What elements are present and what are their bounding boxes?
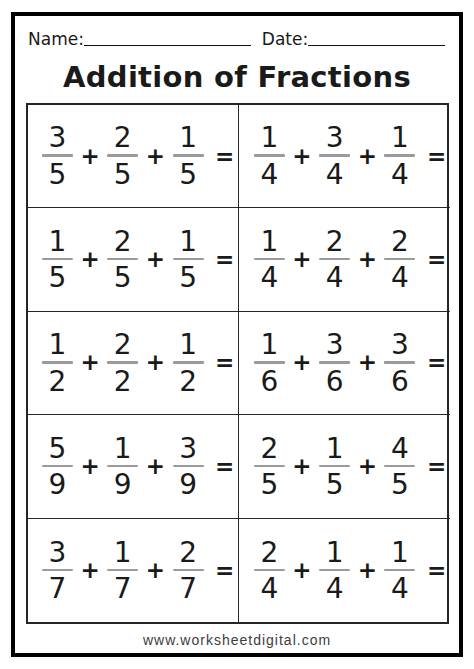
fraction-bar	[384, 361, 415, 364]
fraction-bar	[384, 465, 415, 468]
fraction: 22	[104, 330, 142, 396]
numerator: 3	[179, 434, 197, 463]
denominator: 5	[179, 160, 197, 189]
fraction-bar	[107, 258, 138, 261]
numerator: 2	[114, 227, 132, 256]
equals-sign: =	[215, 145, 234, 168]
denominator: 2	[114, 367, 132, 396]
denominator: 4	[391, 574, 409, 603]
fraction-bar	[319, 465, 350, 468]
fraction-bar	[254, 569, 285, 572]
plus-operator: +	[292, 455, 311, 478]
numerator: 2	[391, 227, 409, 256]
numerator: 3	[326, 123, 344, 152]
numerator: 2	[260, 434, 278, 463]
numerator: 3	[49, 538, 67, 567]
numerator: 1	[49, 330, 67, 359]
fraction-bar	[42, 361, 73, 364]
numerator: 5	[49, 434, 67, 463]
plus-operator: +	[292, 559, 311, 582]
denominator: 7	[49, 574, 67, 603]
plus-operator: +	[146, 351, 165, 374]
fraction: 24	[381, 227, 419, 293]
fraction: 12	[169, 330, 207, 396]
numerator: 3	[326, 330, 344, 359]
fraction-bar	[254, 361, 285, 364]
fraction: 24	[250, 538, 288, 604]
denominator: 4	[326, 263, 344, 292]
fraction: 25	[104, 123, 142, 189]
fraction: 25	[104, 227, 142, 293]
denominator: 5	[49, 263, 67, 292]
fraction: 15	[169, 123, 207, 189]
fraction: 16	[250, 330, 288, 396]
fraction-bar	[107, 361, 138, 364]
fraction-bar	[173, 258, 204, 261]
plus-operator: +	[358, 351, 377, 374]
header-row: Name: Date:	[28, 29, 445, 49]
worksheet-title: Addition of Fractions	[15, 59, 459, 96]
fraction: 36	[316, 330, 354, 396]
denominator: 7	[114, 574, 132, 603]
equals-sign: =	[215, 351, 234, 374]
fraction: 45	[381, 434, 419, 500]
problem-cell: 35+25+15=	[28, 105, 240, 208]
fraction-bar	[173, 361, 204, 364]
denominator: 4	[260, 574, 278, 603]
numerator: 2	[114, 123, 132, 152]
denominator: 5	[114, 160, 132, 189]
plus-operator: +	[292, 145, 311, 168]
problem-cell: 14+34+14=	[239, 105, 450, 208]
plus-operator: +	[81, 559, 100, 582]
numerator: 1	[179, 330, 197, 359]
denominator: 4	[260, 160, 278, 189]
fraction: 15	[39, 227, 77, 293]
fraction: 14	[316, 538, 354, 604]
fraction-bar	[254, 154, 285, 157]
fraction-bar	[319, 258, 350, 261]
fraction-bar	[173, 569, 204, 572]
fraction-bar	[173, 465, 204, 468]
fraction-bar	[42, 258, 73, 261]
equals-sign: =	[427, 559, 446, 582]
fraction: 27	[169, 538, 207, 604]
name-label: Name:	[28, 29, 84, 49]
denominator: 4	[391, 160, 409, 189]
fraction: 15	[169, 227, 207, 293]
fraction-bar	[384, 569, 415, 572]
fraction-bar	[319, 154, 350, 157]
numerator: 1	[114, 434, 132, 463]
fraction-bar	[319, 569, 350, 572]
fraction: 37	[39, 538, 77, 604]
worksheet-page: Name: Date: Addition of Fractions 35+25+…	[11, 12, 463, 657]
fraction-bar	[384, 258, 415, 261]
denominator: 5	[114, 263, 132, 292]
fraction: 14	[381, 538, 419, 604]
numerator: 1	[179, 123, 197, 152]
numerator: 1	[260, 227, 278, 256]
denominator: 4	[326, 574, 344, 603]
plus-operator: +	[81, 145, 100, 168]
plus-operator: +	[146, 559, 165, 582]
plus-operator: +	[81, 455, 100, 478]
denominator: 5	[391, 470, 409, 499]
problem-cell: 15+25+15=	[28, 208, 240, 311]
plus-operator: +	[358, 455, 377, 478]
fraction-bar	[42, 465, 73, 468]
numerator: 1	[326, 538, 344, 567]
problem-cell: 37+17+27=	[28, 519, 240, 622]
fraction: 17	[104, 538, 142, 604]
denominator: 4	[260, 263, 278, 292]
fraction: 14	[250, 123, 288, 189]
plus-operator: +	[146, 455, 165, 478]
numerator: 4	[391, 434, 409, 463]
equals-sign: =	[427, 248, 446, 271]
fraction: 59	[39, 434, 77, 500]
denominator: 6	[391, 367, 409, 396]
plus-operator: +	[358, 248, 377, 271]
numerator: 2	[326, 227, 344, 256]
denominator: 4	[326, 160, 344, 189]
fraction: 19	[104, 434, 142, 500]
plus-operator: +	[292, 351, 311, 374]
equals-sign: =	[215, 455, 234, 478]
equals-sign: =	[427, 351, 446, 374]
date-label: Date:	[262, 29, 308, 49]
numerator: 1	[391, 123, 409, 152]
problems-grid: 35+25+15=14+34+14=15+25+15=14+24+24=12+2…	[26, 103, 449, 624]
numerator: 1	[49, 227, 67, 256]
equals-sign: =	[215, 248, 234, 271]
numerator: 1	[391, 538, 409, 567]
fraction-bar	[173, 154, 204, 157]
equals-sign: =	[427, 455, 446, 478]
denominator: 6	[326, 367, 344, 396]
fraction-bar	[42, 154, 73, 157]
problem-cell: 59+19+39=	[28, 415, 240, 518]
fraction-bar	[107, 465, 138, 468]
fraction: 34	[316, 123, 354, 189]
equals-sign: =	[215, 559, 234, 582]
fraction-bar	[107, 569, 138, 572]
fraction: 12	[39, 330, 77, 396]
fraction: 25	[250, 434, 288, 500]
numerator: 3	[391, 330, 409, 359]
fraction: 14	[381, 123, 419, 189]
equals-sign: =	[427, 145, 446, 168]
fraction-bar	[384, 154, 415, 157]
denominator: 2	[179, 367, 197, 396]
numerator: 2	[179, 538, 197, 567]
denominator: 5	[179, 263, 197, 292]
problem-cell: 25+15+45=	[239, 415, 450, 518]
denominator: 5	[260, 470, 278, 499]
plus-operator: +	[146, 145, 165, 168]
plus-operator: +	[292, 248, 311, 271]
problem-cell: 12+22+12=	[28, 312, 240, 415]
website-url: www.worksheetdigital.com	[15, 632, 459, 648]
denominator: 2	[49, 367, 67, 396]
fraction-bar	[319, 361, 350, 364]
denominator: 9	[49, 470, 67, 499]
denominator: 6	[260, 367, 278, 396]
numerator: 1	[326, 434, 344, 463]
fraction: 14	[250, 227, 288, 293]
denominator: 4	[391, 263, 409, 292]
fraction-bar	[254, 258, 285, 261]
date-blank-line	[308, 45, 445, 46]
fraction: 15	[316, 434, 354, 500]
plus-operator: +	[81, 248, 100, 271]
numerator: 1	[260, 123, 278, 152]
numerator: 3	[49, 123, 67, 152]
denominator: 7	[179, 574, 197, 603]
plus-operator: +	[81, 351, 100, 374]
fraction: 36	[381, 330, 419, 396]
numerator: 1	[260, 330, 278, 359]
problem-cell: 16+36+36=	[239, 312, 450, 415]
denominator: 5	[49, 160, 67, 189]
plus-operator: +	[358, 559, 377, 582]
problem-cell: 14+24+24=	[239, 208, 450, 311]
fraction-bar	[254, 465, 285, 468]
fraction: 35	[39, 123, 77, 189]
denominator: 9	[114, 470, 132, 499]
name-blank-line	[84, 45, 251, 46]
denominator: 9	[179, 470, 197, 499]
fraction: 24	[316, 227, 354, 293]
numerator: 1	[114, 538, 132, 567]
fraction-bar	[42, 569, 73, 572]
plus-operator: +	[146, 248, 165, 271]
plus-operator: +	[358, 145, 377, 168]
numerator: 1	[179, 227, 197, 256]
numerator: 2	[260, 538, 278, 567]
numerator: 2	[114, 330, 132, 359]
fraction-bar	[107, 154, 138, 157]
problem-cell: 24+14+14=	[239, 519, 450, 622]
fraction: 39	[169, 434, 207, 500]
denominator: 5	[326, 470, 344, 499]
